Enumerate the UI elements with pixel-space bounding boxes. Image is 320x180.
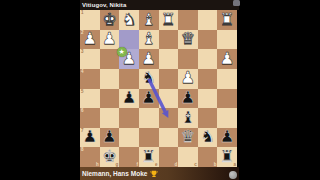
square-g7[interactable]: ♟ <box>100 128 120 148</box>
top-player-bar: Vitiugov, Nikita <box>80 0 239 10</box>
rank-label-8: 8 <box>81 147 84 152</box>
square-f4[interactable] <box>119 69 139 89</box>
square-b7[interactable]: ♞ <box>198 128 218 148</box>
file-label-a: a <box>233 162 236 167</box>
square-d6[interactable] <box>159 108 179 128</box>
square-c7[interactable]: ♛ <box>178 128 198 148</box>
top-right-icon[interactable] <box>233 0 240 6</box>
bottom-player-bar: Niemann, Hans Moke <box>80 167 239 180</box>
white-knight-f1: ♞ <box>119 10 139 30</box>
square-f1[interactable]: ♞ <box>119 10 139 30</box>
square-h4[interactable]: 4 <box>80 69 100 89</box>
square-c3[interactable] <box>178 49 198 69</box>
square-b6[interactable] <box>198 108 218 128</box>
square-c1[interactable] <box>178 10 198 30</box>
square-a3[interactable]: ♟ <box>217 49 237 69</box>
square-h7[interactable]: 7♟ <box>80 128 100 148</box>
rank-label-5: 5 <box>81 89 84 94</box>
square-e8[interactable]: e♜ <box>139 147 159 167</box>
square-b8[interactable]: b <box>198 147 218 167</box>
black-pawn-c5: ♟ <box>178 89 198 109</box>
rank-label-2: 2 <box>81 30 84 35</box>
black-knight-e4: ♞ <box>139 69 159 89</box>
black-pawn-a7: ♟ <box>217 128 237 148</box>
square-e4[interactable]: ♞ <box>139 69 159 89</box>
file-label-b: b <box>214 162 217 167</box>
square-d8[interactable]: d <box>159 147 179 167</box>
square-b1[interactable] <box>198 10 218 30</box>
white-pawn-e3: ♟ <box>139 49 159 69</box>
square-d1[interactable]: ♜ <box>159 10 179 30</box>
rank-label-4: 4 <box>81 69 84 74</box>
square-g6[interactable] <box>100 108 120 128</box>
square-a6[interactable] <box>217 108 237 128</box>
square-a8[interactable]: a♜ <box>217 147 237 167</box>
square-a7[interactable]: ♟ <box>217 128 237 148</box>
file-label-d: d <box>174 162 177 167</box>
square-d4[interactable] <box>159 69 179 89</box>
black-pawn-f5: ♟ <box>119 89 139 109</box>
white-rook-a1: ♜ <box>217 10 237 30</box>
rank-label-1: 1 <box>81 10 84 15</box>
square-d7[interactable] <box>159 128 179 148</box>
file-label-e: e <box>155 162 158 167</box>
black-bishop-c6: ♝ <box>178 108 198 128</box>
square-c5[interactable]: ♟ <box>178 89 198 109</box>
bottom-right-icon[interactable] <box>229 171 237 179</box>
square-f8[interactable]: f <box>119 147 139 167</box>
square-e7[interactable] <box>139 128 159 148</box>
square-a5[interactable] <box>217 89 237 109</box>
square-e5[interactable]: ♟ <box>139 89 159 109</box>
file-label-f: f <box>136 162 138 167</box>
chess-board[interactable]: 1♚♞♝♜♜2♟♟♝♛3♟♟♟4♞♟5♟♟♟6♝7♟♟♛♞♟8hg♚fe♜dcb… <box>80 10 237 167</box>
square-a4[interactable] <box>217 69 237 89</box>
square-e2[interactable]: ♝ <box>139 30 159 50</box>
square-h8[interactable]: 8h <box>80 147 100 167</box>
square-f7[interactable] <box>119 128 139 148</box>
black-knight-b7: ♞ <box>198 128 218 148</box>
square-h2[interactable]: 2♟ <box>80 30 100 50</box>
square-g2[interactable]: ♟ <box>100 30 120 50</box>
file-label-h: h <box>96 162 99 167</box>
white-rook-d1: ♜ <box>159 10 179 30</box>
square-d5[interactable] <box>159 89 179 109</box>
square-c2[interactable]: ♛ <box>178 30 198 50</box>
rank-label-6: 6 <box>81 108 84 113</box>
black-pawn-e5: ♟ <box>139 89 159 109</box>
square-a1[interactable]: ♜ <box>217 10 237 30</box>
square-d3[interactable] <box>159 49 179 69</box>
square-f6[interactable] <box>119 108 139 128</box>
square-h3[interactable]: 3 <box>80 49 100 69</box>
top-player-name: Vitiugov, Nikita <box>82 2 126 8</box>
square-g1[interactable]: ♚ <box>100 10 120 30</box>
trophy-icon <box>150 170 158 178</box>
file-label-g: g <box>116 162 119 167</box>
black-queen-c7: ♛ <box>178 128 198 148</box>
video-frame: Vitiugov, Nikita 1♚♞♝♜♜2♟♟♝♛3♟♟♟4♞♟5♟♟♟6… <box>0 0 320 180</box>
square-g4[interactable] <box>100 69 120 89</box>
square-f5[interactable]: ♟ <box>119 89 139 109</box>
white-pawn-a3: ♟ <box>217 49 237 69</box>
bottom-player-name: Niemann, Hans Moke <box>82 170 147 177</box>
file-label-c: c <box>194 162 197 167</box>
white-bishop-e1: ♝ <box>139 10 159 30</box>
square-e6[interactable] <box>139 108 159 128</box>
white-pawn-c4: ♟ <box>178 69 198 89</box>
square-b4[interactable] <box>198 69 218 89</box>
best-move-star-icon: ★ <box>117 47 127 57</box>
square-b2[interactable] <box>198 30 218 50</box>
square-e3[interactable]: ♟ <box>139 49 159 69</box>
square-h6[interactable]: 6 <box>80 108 100 128</box>
square-h1[interactable]: 1 <box>80 10 100 30</box>
white-bishop-e2: ♝ <box>139 30 159 50</box>
rank-label-7: 7 <box>81 128 84 133</box>
square-c6[interactable]: ♝ <box>178 108 198 128</box>
square-b5[interactable] <box>198 89 218 109</box>
square-c4[interactable]: ♟ <box>178 69 198 89</box>
square-h5[interactable]: 5 <box>80 89 100 109</box>
white-queen-c2: ♛ <box>178 30 198 50</box>
square-a2[interactable] <box>217 30 237 50</box>
square-b3[interactable] <box>198 49 218 69</box>
square-g8[interactable]: g♚ <box>100 147 120 167</box>
square-c8[interactable]: c <box>178 147 198 167</box>
square-e1[interactable]: ♝ <box>139 10 159 30</box>
black-pawn-g7: ♟ <box>100 128 120 148</box>
square-d2[interactable] <box>159 30 179 50</box>
white-king-g1: ♚ <box>100 10 120 30</box>
square-g5[interactable] <box>100 89 120 109</box>
white-pawn-g2: ♟ <box>100 30 120 50</box>
rank-label-3: 3 <box>81 49 84 54</box>
